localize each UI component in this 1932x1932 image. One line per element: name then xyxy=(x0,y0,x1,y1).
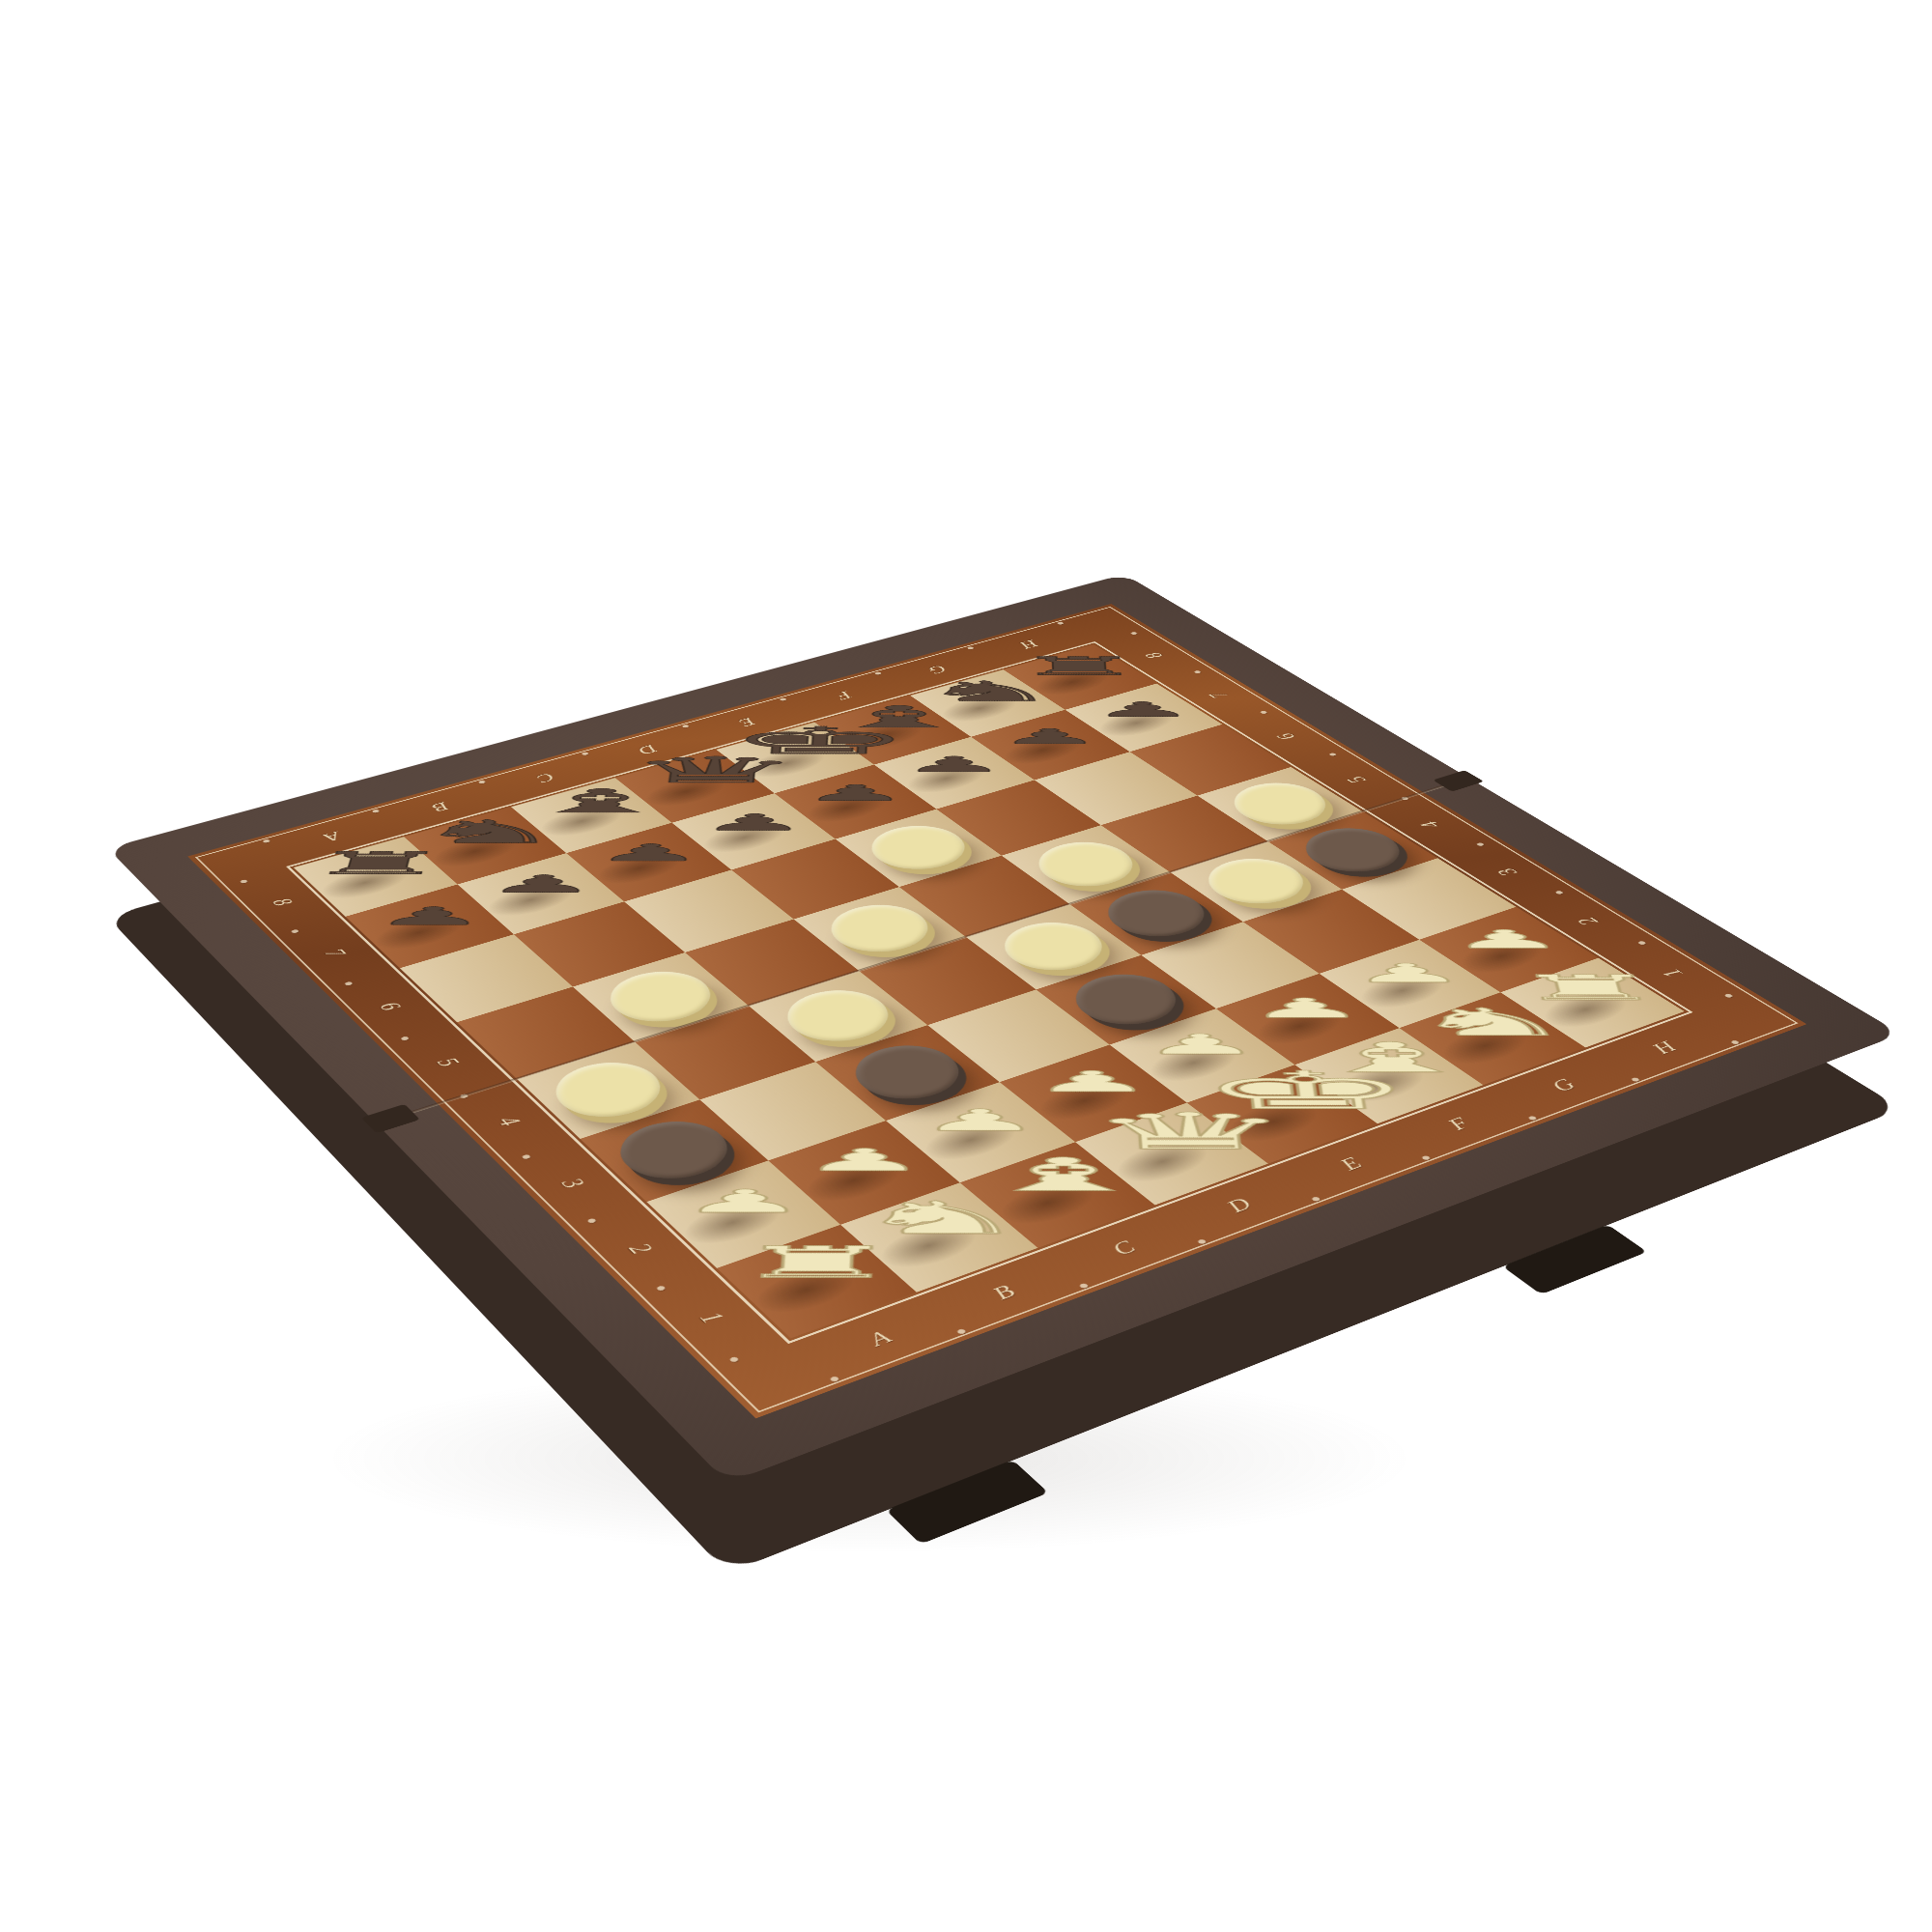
piece-black-pawn-g7[interactable]: ♟ xyxy=(980,726,1121,748)
piece-black-pawn-f7[interactable]: ♟ xyxy=(883,753,1026,775)
photo-scene: AABBCCDDEEFFGGHH1122334455667788 ♜♞♟♝♟♚♟… xyxy=(0,0,1932,1932)
piece-black-pawn-h7[interactable]: ♟ xyxy=(1073,699,1213,720)
piece-black-pawn-e7[interactable]: ♟ xyxy=(782,781,928,804)
product-photo-page: { "game": "chess", "set_description": "F… xyxy=(0,0,1932,1932)
piece-black-pawn-d7[interactable]: ♟ xyxy=(679,811,828,834)
chess-board: AABBCCDDEEFFGGHH1122334455667788 ♜♞♟♝♟♚♟… xyxy=(107,574,1901,1483)
piece-black-pawn-c7[interactable]: ♟ xyxy=(574,841,725,865)
piece-black-rook-a8[interactable]: ♜ xyxy=(299,848,457,879)
piece-black-knight-b8[interactable]: ♞ xyxy=(410,815,564,847)
piece-black-pawn-b7[interactable]: ♟ xyxy=(464,872,619,896)
piece-black-pawn-a7[interactable]: ♟ xyxy=(352,903,511,928)
